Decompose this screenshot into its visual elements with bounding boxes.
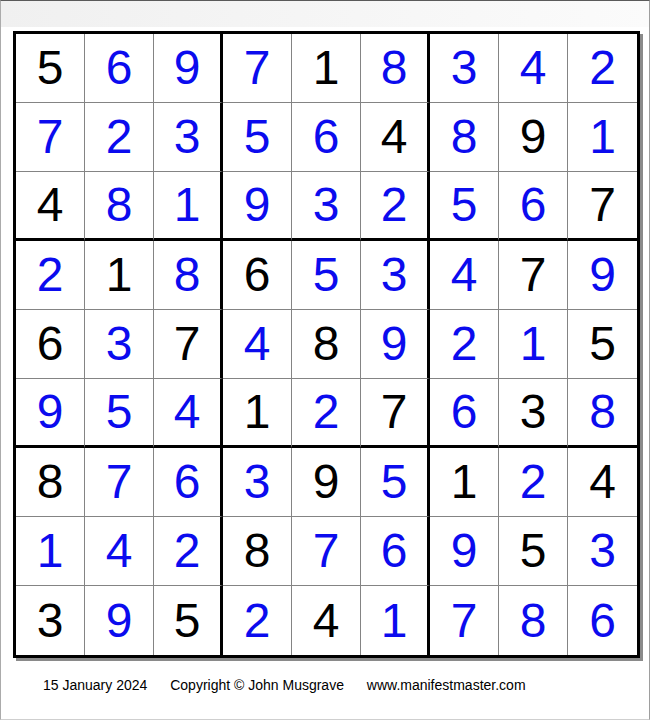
cell-r2c1[interactable]: 7 [16, 103, 85, 172]
cell-r5c9[interactable]: 5 [568, 310, 637, 379]
cell-r5c8[interactable]: 1 [499, 310, 568, 379]
cell-r6c8[interactable]: 3 [499, 379, 568, 448]
cell-r8c3[interactable]: 2 [154, 517, 223, 586]
cell-r7c1[interactable]: 8 [16, 448, 85, 517]
cell-r4c7[interactable]: 4 [430, 241, 499, 310]
cell-r2c5[interactable]: 6 [292, 103, 361, 172]
cell-r8c7[interactable]: 9 [430, 517, 499, 586]
cell-r2c6[interactable]: 4 [361, 103, 430, 172]
cell-r4c3[interactable]: 8 [154, 241, 223, 310]
cell-r2c7[interactable]: 8 [430, 103, 499, 172]
cell-r2c9[interactable]: 1 [568, 103, 637, 172]
cell-r9c2[interactable]: 9 [85, 586, 154, 655]
cell-r3c1[interactable]: 4 [16, 172, 85, 241]
cell-r2c8[interactable]: 9 [499, 103, 568, 172]
cell-r9c8[interactable]: 8 [499, 586, 568, 655]
cell-r6c2[interactable]: 5 [85, 379, 154, 448]
cell-r5c5[interactable]: 8 [292, 310, 361, 379]
cell-r8c6[interactable]: 6 [361, 517, 430, 586]
cell-r7c6[interactable]: 5 [361, 448, 430, 517]
cell-r8c5[interactable]: 7 [292, 517, 361, 586]
cell-r1c7[interactable]: 3 [430, 34, 499, 103]
cell-r1c5[interactable]: 1 [292, 34, 361, 103]
cell-r1c1[interactable]: 5 [16, 34, 85, 103]
cell-r7c5[interactable]: 9 [292, 448, 361, 517]
cell-r1c6[interactable]: 8 [361, 34, 430, 103]
cell-r3c5[interactable]: 3 [292, 172, 361, 241]
cell-r5c2[interactable]: 3 [85, 310, 154, 379]
cell-r5c4[interactable]: 4 [223, 310, 292, 379]
cell-r3c7[interactable]: 5 [430, 172, 499, 241]
cell-r6c6[interactable]: 7 [361, 379, 430, 448]
cell-r5c7[interactable]: 2 [430, 310, 499, 379]
cell-r3c4[interactable]: 9 [223, 172, 292, 241]
cell-r3c8[interactable]: 6 [499, 172, 568, 241]
cell-r1c2[interactable]: 6 [85, 34, 154, 103]
cell-r8c1[interactable]: 1 [16, 517, 85, 586]
cell-r8c4[interactable]: 8 [223, 517, 292, 586]
cell-r4c9[interactable]: 9 [568, 241, 637, 310]
cell-r9c5[interactable]: 4 [292, 586, 361, 655]
cell-r6c7[interactable]: 6 [430, 379, 499, 448]
cell-r1c3[interactable]: 9 [154, 34, 223, 103]
cell-r2c3[interactable]: 3 [154, 103, 223, 172]
cell-r4c4[interactable]: 6 [223, 241, 292, 310]
cell-r1c8[interactable]: 4 [499, 34, 568, 103]
cell-r7c7[interactable]: 1 [430, 448, 499, 517]
cell-r6c9[interactable]: 8 [568, 379, 637, 448]
page-top-strip [1, 1, 649, 27]
puzzle-page: 5697183427235648914819325672186534796374… [0, 0, 650, 720]
cell-r9c6[interactable]: 1 [361, 586, 430, 655]
cell-r7c9[interactable]: 4 [568, 448, 637, 517]
cell-r6c5[interactable]: 2 [292, 379, 361, 448]
cell-r5c3[interactable]: 7 [154, 310, 223, 379]
cell-r2c4[interactable]: 5 [223, 103, 292, 172]
cell-r3c6[interactable]: 2 [361, 172, 430, 241]
cell-r4c5[interactable]: 5 [292, 241, 361, 310]
cell-r8c2[interactable]: 4 [85, 517, 154, 586]
footer: 15 January 2024 Copyright © John Musgrav… [43, 677, 526, 693]
cell-r3c3[interactable]: 1 [154, 172, 223, 241]
cell-r1c4[interactable]: 7 [223, 34, 292, 103]
cell-r9c3[interactable]: 5 [154, 586, 223, 655]
cell-r4c6[interactable]: 3 [361, 241, 430, 310]
cell-r3c2[interactable]: 8 [85, 172, 154, 241]
cell-r7c4[interactable]: 3 [223, 448, 292, 517]
cell-r9c9[interactable]: 6 [568, 586, 637, 655]
cell-r3c9[interactable]: 7 [568, 172, 637, 241]
cell-r9c7[interactable]: 7 [430, 586, 499, 655]
cell-r4c1[interactable]: 2 [16, 241, 85, 310]
sudoku-grid: 5697183427235648914819325672186534796374… [13, 31, 640, 658]
cell-r6c1[interactable]: 9 [16, 379, 85, 448]
cell-r6c3[interactable]: 4 [154, 379, 223, 448]
cell-r4c2[interactable]: 1 [85, 241, 154, 310]
cell-r7c8[interactable]: 2 [499, 448, 568, 517]
cell-r1c9[interactable]: 2 [568, 34, 637, 103]
footer-website: www.manifestmaster.com [367, 677, 526, 693]
cell-r2c2[interactable]: 2 [85, 103, 154, 172]
cell-r4c8[interactable]: 7 [499, 241, 568, 310]
cell-r8c8[interactable]: 5 [499, 517, 568, 586]
cell-r7c3[interactable]: 6 [154, 448, 223, 517]
cell-r9c4[interactable]: 2 [223, 586, 292, 655]
footer-date: 15 January 2024 [43, 677, 147, 693]
cell-r6c4[interactable]: 1 [223, 379, 292, 448]
cell-r5c6[interactable]: 9 [361, 310, 430, 379]
cell-r7c2[interactable]: 7 [85, 448, 154, 517]
footer-copyright: Copyright © John Musgrave [170, 677, 344, 693]
cell-r5c1[interactable]: 6 [16, 310, 85, 379]
cell-r8c9[interactable]: 3 [568, 517, 637, 586]
cell-r9c1[interactable]: 3 [16, 586, 85, 655]
